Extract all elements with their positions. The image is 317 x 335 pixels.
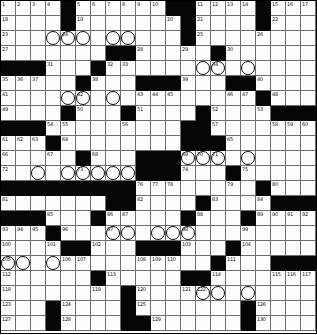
- white-cell[interactable]: 50: [76, 106, 91, 121]
- white-cell[interactable]: 20: [166, 16, 181, 31]
- white-cell[interactable]: 12: [211, 1, 226, 16]
- white-cell[interactable]: 2: [16, 1, 31, 16]
- white-cell[interactable]: [61, 76, 76, 91]
- white-cell[interactable]: [46, 166, 61, 181]
- white-cell[interactable]: [181, 196, 196, 211]
- white-cell[interactable]: [151, 106, 166, 121]
- white-cell[interactable]: [91, 301, 106, 316]
- white-cell[interactable]: 11: [196, 1, 211, 16]
- white-cell[interactable]: [151, 271, 166, 286]
- circled-cell[interactable]: [121, 31, 136, 46]
- white-cell[interactable]: 1: [1, 1, 16, 16]
- white-cell[interactable]: [91, 226, 106, 241]
- white-cell[interactable]: [91, 196, 106, 211]
- white-cell[interactable]: [271, 151, 286, 166]
- white-cell[interactable]: 75: [241, 166, 256, 181]
- white-cell[interactable]: [121, 271, 136, 286]
- white-cell[interactable]: 5: [76, 1, 91, 16]
- white-cell[interactable]: [196, 181, 211, 196]
- white-cell[interactable]: [196, 316, 211, 331]
- white-cell[interactable]: [181, 181, 196, 196]
- white-cell[interactable]: [196, 46, 211, 61]
- white-cell[interactable]: 107: [76, 256, 91, 271]
- white-cell[interactable]: [151, 136, 166, 151]
- white-cell[interactable]: [31, 301, 46, 316]
- white-cell[interactable]: [211, 91, 226, 106]
- white-cell[interactable]: [76, 286, 91, 301]
- white-cell[interactable]: 99: [241, 226, 256, 241]
- white-cell[interactable]: [301, 16, 316, 31]
- white-cell[interactable]: 61: [1, 136, 16, 151]
- white-cell[interactable]: 38: [91, 76, 106, 91]
- circled-cell[interactable]: [106, 31, 121, 46]
- white-cell[interactable]: 63: [31, 136, 46, 151]
- circled-cell[interactable]: 42: [76, 91, 91, 106]
- white-cell[interactable]: [61, 151, 76, 166]
- white-cell[interactable]: 124: [61, 301, 76, 316]
- white-cell[interactable]: 30: [226, 46, 241, 61]
- white-cell[interactable]: [91, 31, 106, 46]
- white-cell[interactable]: [271, 226, 286, 241]
- white-cell[interactable]: [196, 91, 211, 106]
- white-cell[interactable]: 18: [1, 16, 16, 31]
- white-cell[interactable]: [166, 316, 181, 331]
- white-cell[interactable]: [271, 136, 286, 151]
- white-cell[interactable]: [271, 301, 286, 316]
- white-cell[interactable]: [301, 31, 316, 46]
- white-cell[interactable]: [61, 271, 76, 286]
- white-cell[interactable]: 76: [136, 181, 151, 196]
- white-cell[interactable]: [61, 61, 76, 76]
- white-cell[interactable]: 7: [106, 1, 121, 16]
- white-cell[interactable]: [241, 136, 256, 151]
- white-cell[interactable]: [106, 106, 121, 121]
- white-cell[interactable]: 93: [1, 226, 16, 241]
- white-cell[interactable]: [76, 316, 91, 331]
- white-cell[interactable]: [91, 91, 106, 106]
- white-cell[interactable]: [46, 286, 61, 301]
- white-cell[interactable]: [31, 271, 46, 286]
- white-cell[interactable]: [31, 316, 46, 331]
- white-cell[interactable]: [226, 316, 241, 331]
- white-cell[interactable]: 26: [256, 31, 271, 46]
- white-cell[interactable]: [166, 106, 181, 121]
- white-cell[interactable]: 80: [271, 181, 286, 196]
- white-cell[interactable]: 41: [1, 91, 16, 106]
- white-cell[interactable]: [106, 256, 121, 271]
- white-cell[interactable]: 90: [271, 211, 286, 226]
- white-cell[interactable]: [286, 316, 301, 331]
- white-cell[interactable]: [76, 211, 91, 226]
- white-cell[interactable]: 88: [196, 211, 211, 226]
- white-cell[interactable]: 14: [241, 1, 256, 16]
- white-cell[interactable]: 33: [121, 61, 136, 76]
- white-cell[interactable]: [31, 241, 46, 256]
- white-cell[interactable]: 35: [1, 76, 16, 91]
- white-cell[interactable]: [256, 256, 271, 271]
- white-cell[interactable]: [166, 271, 181, 286]
- white-cell[interactable]: [241, 196, 256, 211]
- white-cell[interactable]: [31, 256, 46, 271]
- white-cell[interactable]: [121, 241, 136, 256]
- white-cell[interactable]: [226, 226, 241, 241]
- white-cell[interactable]: 108: [136, 256, 151, 271]
- white-cell[interactable]: 100: [1, 241, 16, 256]
- white-cell[interactable]: [301, 316, 316, 331]
- white-cell[interactable]: [121, 16, 136, 31]
- white-cell[interactable]: [226, 271, 241, 286]
- white-cell[interactable]: 62: [16, 136, 31, 151]
- white-cell[interactable]: [181, 91, 196, 106]
- white-cell[interactable]: [286, 241, 301, 256]
- white-cell[interactable]: [181, 61, 196, 76]
- white-cell[interactable]: 64: [61, 136, 76, 151]
- white-cell[interactable]: [226, 106, 241, 121]
- circled-cell[interactable]: [151, 226, 166, 241]
- white-cell[interactable]: [31, 16, 46, 31]
- white-cell[interactable]: 52: [211, 106, 226, 121]
- white-cell[interactable]: [91, 46, 106, 61]
- white-cell[interactable]: 113: [106, 271, 121, 286]
- white-cell[interactable]: 57: [211, 121, 226, 136]
- white-cell[interactable]: 84: [256, 196, 271, 211]
- white-cell[interactable]: [121, 76, 136, 91]
- white-cell[interactable]: 45: [166, 91, 181, 106]
- white-cell[interactable]: [76, 196, 91, 211]
- circled-cell[interactable]: 70: [196, 151, 211, 166]
- white-cell[interactable]: 67: [46, 151, 61, 166]
- white-cell[interactable]: 83: [211, 196, 226, 211]
- white-cell[interactable]: [16, 196, 31, 211]
- white-cell[interactable]: 28: [136, 46, 151, 61]
- circled-cell[interactable]: [241, 151, 256, 166]
- circled-cell[interactable]: [61, 91, 76, 106]
- circled-cell[interactable]: [61, 166, 76, 181]
- white-cell[interactable]: [16, 46, 31, 61]
- white-cell[interactable]: [301, 136, 316, 151]
- white-cell[interactable]: 37: [31, 76, 46, 91]
- white-cell[interactable]: [91, 256, 106, 271]
- white-cell[interactable]: [301, 91, 316, 106]
- white-cell[interactable]: 65: [226, 136, 241, 151]
- white-cell[interactable]: 43: [136, 91, 151, 106]
- white-cell[interactable]: [256, 151, 271, 166]
- circled-cell[interactable]: 24: [61, 31, 76, 46]
- white-cell[interactable]: [31, 286, 46, 301]
- white-cell[interactable]: 92: [301, 211, 316, 226]
- white-cell[interactable]: 106: [61, 256, 76, 271]
- white-cell[interactable]: 129: [151, 316, 166, 331]
- white-cell[interactable]: [271, 31, 286, 46]
- white-cell[interactable]: 123: [1, 301, 16, 316]
- white-cell[interactable]: [136, 226, 151, 241]
- white-cell[interactable]: [271, 316, 286, 331]
- circled-cell[interactable]: 34: [211, 61, 226, 76]
- white-cell[interactable]: 31: [46, 61, 61, 76]
- white-cell[interactable]: [226, 196, 241, 211]
- white-cell[interactable]: [226, 61, 241, 76]
- white-cell[interactable]: [16, 106, 31, 121]
- white-cell[interactable]: [91, 106, 106, 121]
- white-cell[interactable]: [166, 121, 181, 136]
- circled-cell[interactable]: [31, 166, 46, 181]
- white-cell[interactable]: [31, 196, 46, 211]
- white-cell[interactable]: 22: [271, 16, 286, 31]
- white-cell[interactable]: [166, 61, 181, 76]
- white-cell[interactable]: [61, 196, 76, 211]
- white-cell[interactable]: [301, 226, 316, 241]
- white-cell[interactable]: [196, 166, 211, 181]
- white-cell[interactable]: [166, 136, 181, 151]
- white-cell[interactable]: 81: [1, 196, 16, 211]
- white-cell[interactable]: [106, 136, 121, 151]
- white-cell[interactable]: 15: [271, 1, 286, 16]
- white-cell[interactable]: 59: [286, 121, 301, 136]
- white-cell[interactable]: 32: [106, 61, 121, 76]
- white-cell[interactable]: [286, 46, 301, 61]
- white-cell[interactable]: 101: [46, 241, 61, 256]
- white-cell[interactable]: [31, 46, 46, 61]
- white-cell[interactable]: [121, 256, 136, 271]
- white-cell[interactable]: [271, 286, 286, 301]
- white-cell[interactable]: [151, 16, 166, 31]
- white-cell[interactable]: [226, 31, 241, 46]
- white-cell[interactable]: 23: [1, 31, 16, 46]
- white-cell[interactable]: [106, 316, 121, 331]
- white-cell[interactable]: 111: [226, 256, 241, 271]
- circled-cell[interactable]: [106, 166, 121, 181]
- circled-cell[interactable]: [106, 91, 121, 106]
- white-cell[interactable]: 102: [91, 241, 106, 256]
- white-cell[interactable]: [91, 121, 106, 136]
- white-cell[interactable]: [16, 241, 31, 256]
- white-cell[interactable]: 72: [1, 166, 16, 181]
- white-cell[interactable]: 125: [136, 301, 151, 316]
- white-cell[interactable]: [286, 76, 301, 91]
- white-cell[interactable]: [226, 121, 241, 136]
- white-cell[interactable]: 60: [301, 121, 316, 136]
- white-cell[interactable]: 114: [211, 271, 226, 286]
- white-cell[interactable]: 89: [256, 211, 271, 226]
- white-cell[interactable]: 4: [46, 1, 61, 16]
- white-cell[interactable]: 119: [91, 286, 106, 301]
- white-cell[interactable]: [31, 31, 46, 46]
- white-cell[interactable]: [136, 121, 151, 136]
- white-cell[interactable]: 74: [181, 166, 196, 181]
- white-cell[interactable]: 78: [166, 181, 181, 196]
- circled-cell[interactable]: [76, 31, 91, 46]
- white-cell[interactable]: 130: [256, 316, 271, 331]
- white-cell[interactable]: [241, 46, 256, 61]
- white-cell[interactable]: [211, 166, 226, 181]
- white-cell[interactable]: [16, 91, 31, 106]
- white-cell[interactable]: [226, 211, 241, 226]
- white-cell[interactable]: [151, 301, 166, 316]
- white-cell[interactable]: [196, 226, 211, 241]
- white-cell[interactable]: [106, 121, 121, 136]
- white-cell[interactable]: [286, 151, 301, 166]
- white-cell[interactable]: [241, 106, 256, 121]
- white-cell[interactable]: [211, 241, 226, 256]
- white-cell[interactable]: 13: [226, 1, 241, 16]
- white-cell[interactable]: [136, 211, 151, 226]
- white-cell[interactable]: 87: [121, 211, 136, 226]
- white-cell[interactable]: [256, 61, 271, 76]
- white-cell[interactable]: 53: [256, 106, 271, 121]
- circled-cell[interactable]: [241, 61, 256, 76]
- white-cell[interactable]: 96: [61, 226, 76, 241]
- white-cell[interactable]: [286, 16, 301, 31]
- white-cell[interactable]: 110: [166, 256, 181, 271]
- white-cell[interactable]: [61, 211, 76, 226]
- white-cell[interactable]: [181, 106, 196, 121]
- white-cell[interactable]: [241, 256, 256, 271]
- white-cell[interactable]: [76, 301, 91, 316]
- white-cell[interactable]: [256, 136, 271, 151]
- circled-cell[interactable]: [16, 256, 31, 271]
- white-cell[interactable]: [136, 136, 151, 151]
- white-cell[interactable]: 46: [226, 91, 241, 106]
- white-cell[interactable]: [226, 16, 241, 31]
- white-cell[interactable]: 47: [241, 91, 256, 106]
- white-cell[interactable]: [151, 286, 166, 301]
- white-cell[interactable]: 126: [256, 301, 271, 316]
- white-cell[interactable]: [301, 46, 316, 61]
- white-cell[interactable]: [286, 181, 301, 196]
- white-cell[interactable]: [226, 301, 241, 316]
- white-cell[interactable]: 79: [226, 181, 241, 196]
- white-cell[interactable]: [301, 301, 316, 316]
- circled-cell[interactable]: [91, 166, 106, 181]
- white-cell[interactable]: [301, 166, 316, 181]
- white-cell[interactable]: [286, 61, 301, 76]
- white-cell[interactable]: [226, 286, 241, 301]
- circled-cell[interactable]: [46, 256, 61, 271]
- white-cell[interactable]: [136, 16, 151, 31]
- white-cell[interactable]: [91, 16, 106, 31]
- white-cell[interactable]: [256, 271, 271, 286]
- white-cell[interactable]: [271, 76, 286, 91]
- white-cell[interactable]: 128: [61, 316, 76, 331]
- white-cell[interactable]: [286, 166, 301, 181]
- white-cell[interactable]: 3: [31, 1, 46, 16]
- white-cell[interactable]: [181, 301, 196, 316]
- white-cell[interactable]: [196, 76, 211, 91]
- white-cell[interactable]: [211, 31, 226, 46]
- white-cell[interactable]: [16, 316, 31, 331]
- white-cell[interactable]: [121, 136, 136, 151]
- white-cell[interactable]: [16, 16, 31, 31]
- white-cell[interactable]: 66: [1, 151, 16, 166]
- white-cell[interactable]: [286, 91, 301, 106]
- white-cell[interactable]: [301, 286, 316, 301]
- white-cell[interactable]: [106, 151, 121, 166]
- white-cell[interactable]: [76, 271, 91, 286]
- white-cell[interactable]: [16, 286, 31, 301]
- white-cell[interactable]: 82: [136, 196, 151, 211]
- white-cell[interactable]: 91: [286, 211, 301, 226]
- white-cell[interactable]: [76, 61, 91, 76]
- white-cell[interactable]: [76, 136, 91, 151]
- white-cell[interactable]: [136, 271, 151, 286]
- white-cell[interactable]: [241, 181, 256, 196]
- circled-cell[interactable]: 97: [106, 226, 121, 241]
- white-cell[interactable]: [61, 46, 76, 61]
- white-cell[interactable]: [31, 91, 46, 106]
- white-cell[interactable]: 27: [1, 46, 16, 61]
- white-cell[interactable]: [91, 316, 106, 331]
- white-cell[interactable]: 39: [181, 76, 196, 91]
- white-cell[interactable]: 116: [286, 271, 301, 286]
- white-cell[interactable]: [16, 31, 31, 46]
- circled-cell[interactable]: [46, 31, 61, 46]
- white-cell[interactable]: [46, 76, 61, 91]
- white-cell[interactable]: [301, 76, 316, 91]
- white-cell[interactable]: [151, 46, 166, 61]
- white-cell[interactable]: 49: [1, 106, 16, 121]
- white-cell[interactable]: 17: [301, 1, 316, 16]
- white-cell[interactable]: 85: [46, 211, 61, 226]
- white-cell[interactable]: [256, 286, 271, 301]
- white-cell[interactable]: [136, 31, 151, 46]
- circled-cell[interactable]: 122: [196, 286, 211, 301]
- white-cell[interactable]: [271, 166, 286, 181]
- white-cell[interactable]: 55: [61, 121, 76, 136]
- white-cell[interactable]: 115: [271, 271, 286, 286]
- white-cell[interactable]: [46, 46, 61, 61]
- white-cell[interactable]: [121, 151, 136, 166]
- white-cell[interactable]: 29: [181, 46, 196, 61]
- white-cell[interactable]: [286, 286, 301, 301]
- white-cell[interactable]: [166, 211, 181, 226]
- white-cell[interactable]: [196, 301, 211, 316]
- white-cell[interactable]: [46, 196, 61, 211]
- white-cell[interactable]: [166, 286, 181, 301]
- white-cell[interactable]: [241, 31, 256, 46]
- white-cell[interactable]: [301, 181, 316, 196]
- white-cell[interactable]: 56: [121, 121, 136, 136]
- white-cell[interactable]: 51: [136, 106, 151, 121]
- circled-cell[interactable]: [211, 286, 226, 301]
- white-cell[interactable]: [286, 31, 301, 46]
- circled-cell[interactable]: [166, 226, 181, 241]
- circled-cell[interactable]: [121, 226, 136, 241]
- white-cell[interactable]: [226, 151, 241, 166]
- white-cell[interactable]: [241, 121, 256, 136]
- white-cell[interactable]: 9: [136, 1, 151, 16]
- white-cell[interactable]: [151, 61, 166, 76]
- white-cell[interactable]: [16, 301, 31, 316]
- white-cell[interactable]: [271, 46, 286, 61]
- white-cell[interactable]: 121: [181, 286, 196, 301]
- white-cell[interactable]: [211, 181, 226, 196]
- white-cell[interactable]: [301, 151, 316, 166]
- white-cell[interactable]: [76, 226, 91, 241]
- white-cell[interactable]: 58: [271, 121, 286, 136]
- white-cell[interactable]: 54: [46, 121, 61, 136]
- white-cell[interactable]: [106, 76, 121, 91]
- white-cell[interactable]: 8: [121, 1, 136, 16]
- white-cell[interactable]: [271, 241, 286, 256]
- white-cell[interactable]: [106, 241, 121, 256]
- white-cell[interactable]: 95: [31, 226, 46, 241]
- white-cell[interactable]: [31, 106, 46, 121]
- white-cell[interactable]: [271, 61, 286, 76]
- white-cell[interactable]: [286, 226, 301, 241]
- circled-cell[interactable]: 105: [1, 256, 16, 271]
- white-cell[interactable]: 120: [136, 286, 151, 301]
- white-cell[interactable]: [166, 301, 181, 316]
